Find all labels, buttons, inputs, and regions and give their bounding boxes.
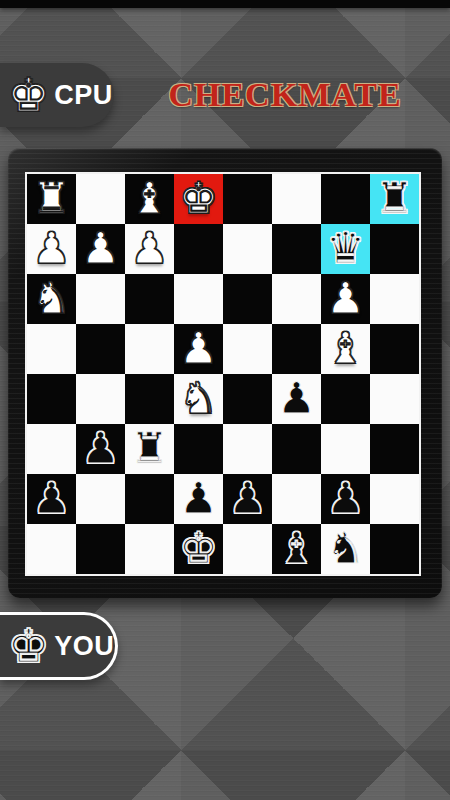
square-h1[interactable]: ♜ xyxy=(27,174,76,224)
square-e2[interactable] xyxy=(174,224,223,274)
square-b6[interactable] xyxy=(321,424,370,474)
square-c1[interactable] xyxy=(272,174,321,224)
square-a5[interactable] xyxy=(370,374,419,424)
square-f3[interactable] xyxy=(125,274,174,324)
square-h6[interactable] xyxy=(27,424,76,474)
square-e7[interactable]: ♟ xyxy=(174,474,223,524)
square-h2[interactable]: ♟ xyxy=(27,224,76,274)
square-b5[interactable] xyxy=(321,374,370,424)
square-g5[interactable] xyxy=(76,374,125,424)
square-e4[interactable]: ♟ xyxy=(174,324,223,374)
black-queen-b2: ♛ xyxy=(326,227,365,270)
square-a2[interactable] xyxy=(370,224,419,274)
square-e8[interactable]: ♚ xyxy=(174,524,223,574)
black-pawn-g6: ♟ xyxy=(81,427,120,470)
square-b7[interactable]: ♟ xyxy=(321,474,370,524)
square-c2[interactable] xyxy=(272,224,321,274)
cpu-badge: ♚ CPU xyxy=(0,63,114,127)
square-a6[interactable] xyxy=(370,424,419,474)
square-d3[interactable] xyxy=(223,274,272,324)
square-f4[interactable] xyxy=(125,324,174,374)
square-h4[interactable] xyxy=(27,324,76,374)
black-rook-a1: ♜ xyxy=(375,177,414,220)
square-h8[interactable] xyxy=(27,524,76,574)
square-d2[interactable] xyxy=(223,224,272,274)
checkmate-banner: CHECKMATE xyxy=(150,76,420,114)
square-h3[interactable]: ♞ xyxy=(27,274,76,324)
square-b3[interactable]: ♟ xyxy=(321,274,370,324)
square-g1[interactable] xyxy=(76,174,125,224)
square-a3[interactable] xyxy=(370,274,419,324)
white-knight-e5: ♞ xyxy=(179,377,218,420)
square-c5[interactable]: ♟ xyxy=(272,374,321,424)
square-a7[interactable] xyxy=(370,474,419,524)
board-frame: ♜♝♚♜♟♟♟♛♞♟♟♝♞♟♟♜♟♟♟♟♚♝♞ xyxy=(8,148,442,598)
square-f7[interactable] xyxy=(125,474,174,524)
square-c8[interactable]: ♝ xyxy=(272,524,321,574)
white-pawn-b3: ♟ xyxy=(326,277,365,320)
top-bar xyxy=(0,0,450,8)
square-d5[interactable] xyxy=(223,374,272,424)
square-b4[interactable]: ♝ xyxy=(321,324,370,374)
white-pawn-g2: ♟ xyxy=(81,227,120,270)
square-h5[interactable] xyxy=(27,374,76,424)
square-d7[interactable]: ♟ xyxy=(223,474,272,524)
square-d8[interactable] xyxy=(223,524,272,574)
white-rook-h1: ♜ xyxy=(32,177,71,220)
you-badge: ♚ YOU xyxy=(0,612,118,680)
square-g8[interactable] xyxy=(76,524,125,574)
square-g4[interactable] xyxy=(76,324,125,374)
square-f8[interactable] xyxy=(125,524,174,574)
white-bishop-f1: ♝ xyxy=(130,177,169,220)
black-bishop-c8: ♝ xyxy=(277,527,316,570)
square-c6[interactable] xyxy=(272,424,321,474)
square-e5[interactable]: ♞ xyxy=(174,374,223,424)
square-g3[interactable] xyxy=(76,274,125,324)
black-king-e8: ♚ xyxy=(179,527,218,570)
black-rook-f6: ♜ xyxy=(130,427,169,470)
square-g7[interactable] xyxy=(76,474,125,524)
square-h7[interactable]: ♟ xyxy=(27,474,76,524)
square-c4[interactable] xyxy=(272,324,321,374)
square-e6[interactable] xyxy=(174,424,223,474)
black-pawn-d7: ♟ xyxy=(228,477,267,520)
square-e3[interactable] xyxy=(174,274,223,324)
white-bishop-b4: ♝ xyxy=(326,327,365,370)
black-pawn-c5: ♟ xyxy=(277,377,316,420)
square-d1[interactable] xyxy=(223,174,272,224)
square-g2[interactable]: ♟ xyxy=(76,224,125,274)
black-pawn-b7: ♟ xyxy=(326,477,365,520)
square-c3[interactable] xyxy=(272,274,321,324)
square-f6[interactable]: ♜ xyxy=(125,424,174,474)
black-knight-b8: ♞ xyxy=(326,527,365,570)
square-d6[interactable] xyxy=(223,424,272,474)
cpu-label: CPU xyxy=(54,80,113,111)
white-king-icon: ♚ xyxy=(8,72,49,118)
black-pawn-h7: ♟ xyxy=(32,477,71,520)
white-knight-h3: ♞ xyxy=(32,277,71,320)
square-f1[interactable]: ♝ xyxy=(125,174,174,224)
white-pawn-e4: ♟ xyxy=(179,327,218,370)
square-b8[interactable]: ♞ xyxy=(321,524,370,574)
square-a4[interactable] xyxy=(370,324,419,374)
black-king-icon: ♚ xyxy=(8,623,49,669)
square-c7[interactable] xyxy=(272,474,321,524)
square-a1[interactable]: ♜ xyxy=(370,174,419,224)
chess-board: ♜♝♚♜♟♟♟♛♞♟♟♝♞♟♟♜♟♟♟♟♚♝♞ xyxy=(25,172,421,576)
black-pawn-e7: ♟ xyxy=(179,477,218,520)
you-label: YOU xyxy=(54,631,114,662)
square-g6[interactable]: ♟ xyxy=(76,424,125,474)
square-f5[interactable] xyxy=(125,374,174,424)
white-pawn-f2: ♟ xyxy=(130,227,169,270)
square-a8[interactable] xyxy=(370,524,419,574)
white-king-e1: ♚ xyxy=(179,177,218,220)
square-d4[interactable] xyxy=(223,324,272,374)
white-pawn-h2: ♟ xyxy=(32,227,71,270)
square-b1[interactable] xyxy=(321,174,370,224)
square-b2[interactable]: ♛ xyxy=(321,224,370,274)
square-f2[interactable]: ♟ xyxy=(125,224,174,274)
square-e1[interactable]: ♚ xyxy=(174,174,223,224)
